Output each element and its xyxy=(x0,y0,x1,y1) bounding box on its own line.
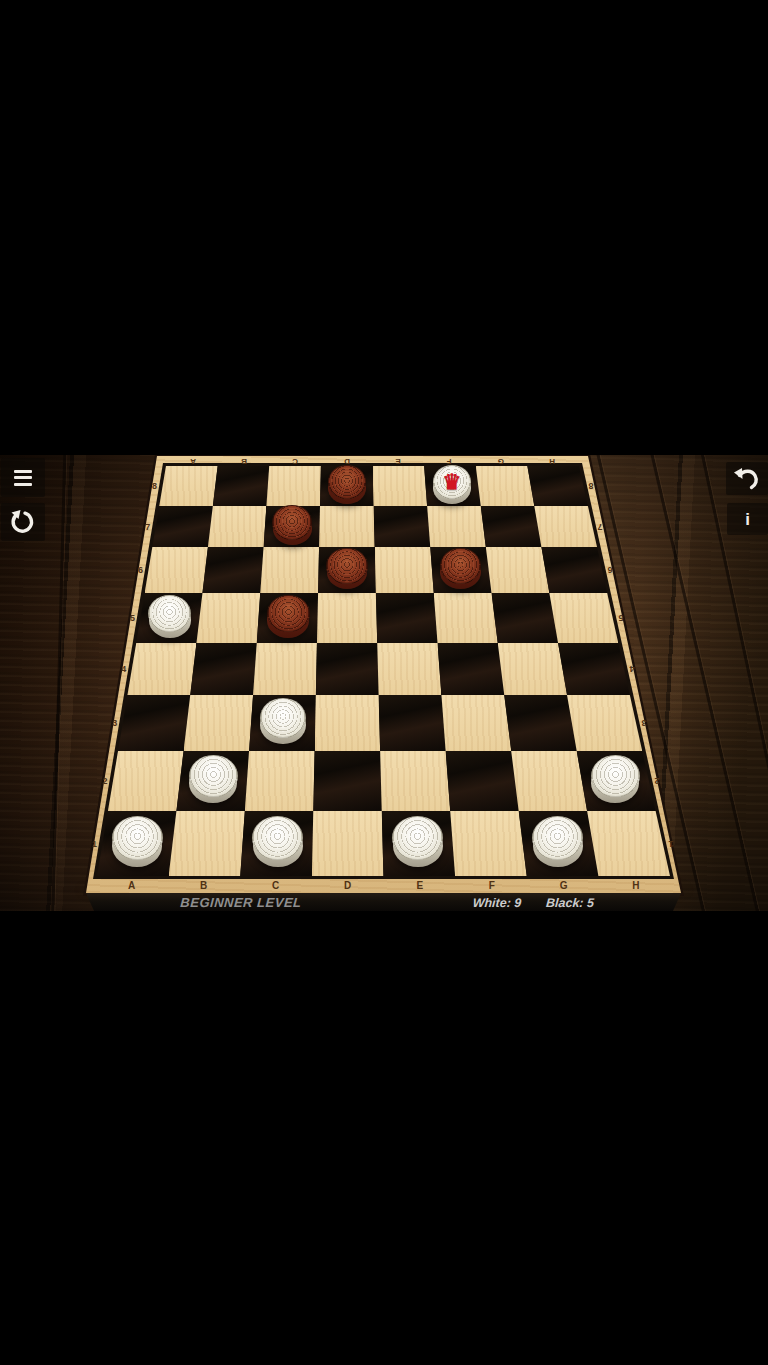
square-c4[interactable] xyxy=(253,643,317,695)
square-d3[interactable] xyxy=(315,695,381,751)
piece-top xyxy=(267,595,310,632)
rank-label-left-6: 6 xyxy=(138,565,143,575)
square-d2[interactable] xyxy=(313,751,381,811)
file-label-bottom-e: E xyxy=(416,880,423,891)
piece-top xyxy=(272,505,312,540)
game-scene: BEGINNER LEVEL White: 9 Black: 5 AABBCCD… xyxy=(0,455,768,911)
menu-button[interactable] xyxy=(1,458,45,497)
square-a6[interactable] xyxy=(145,547,208,593)
man-white-a1[interactable] xyxy=(112,816,163,867)
square-b6[interactable] xyxy=(202,547,263,593)
level-label: BEGINNER LEVEL xyxy=(180,895,302,910)
man-white-g1[interactable] xyxy=(532,816,583,867)
square-g2[interactable] xyxy=(511,751,587,811)
hamburger-menu-icon xyxy=(14,470,32,486)
man-white-b2[interactable] xyxy=(189,755,238,804)
square-e3[interactable] xyxy=(379,695,446,751)
square-h8[interactable] xyxy=(527,466,588,506)
square-a7[interactable] xyxy=(152,506,212,547)
rotate-board-button[interactable] xyxy=(1,503,45,541)
man-white-c1[interactable] xyxy=(252,816,303,867)
square-e6[interactable] xyxy=(375,547,434,593)
man-red-f6[interactable] xyxy=(440,548,481,589)
square-h1[interactable] xyxy=(587,811,670,876)
file-label-bottom-h: H xyxy=(632,880,639,891)
square-f7[interactable] xyxy=(427,506,486,547)
piece-top xyxy=(440,548,481,584)
rank-label-right-3: 3 xyxy=(642,718,647,728)
square-e5[interactable] xyxy=(376,593,438,643)
square-g6[interactable] xyxy=(486,547,550,593)
square-e2[interactable] xyxy=(380,751,450,811)
piece-top xyxy=(392,816,443,860)
square-g7[interactable] xyxy=(481,506,542,547)
rank-label-left-7: 7 xyxy=(145,522,150,532)
square-e8[interactable] xyxy=(373,466,428,506)
piece-top xyxy=(112,816,163,860)
square-d1[interactable] xyxy=(312,811,384,876)
rank-label-right-7: 7 xyxy=(598,522,603,532)
undo-arrow-icon xyxy=(733,466,761,492)
man-white-h2[interactable] xyxy=(591,755,640,804)
square-f4[interactable] xyxy=(438,643,505,695)
piece-top xyxy=(252,816,303,860)
square-e7[interactable] xyxy=(374,506,431,547)
square-d4[interactable] xyxy=(316,643,379,695)
file-label-top-c: C xyxy=(292,456,298,465)
square-f2[interactable] xyxy=(446,751,519,811)
piece-top xyxy=(591,755,640,797)
file-label-bottom-a: A xyxy=(128,880,135,891)
square-b8[interactable] xyxy=(213,466,269,506)
square-g3[interactable] xyxy=(504,695,576,751)
info-icon: i xyxy=(745,511,750,528)
piece-top xyxy=(189,755,238,797)
square-b3[interactable] xyxy=(184,695,253,751)
man-red-c7[interactable] xyxy=(272,505,312,545)
square-f1[interactable] xyxy=(450,811,527,876)
file-label-bottom-b: B xyxy=(200,880,207,891)
square-e4[interactable] xyxy=(377,643,441,695)
square-c2[interactable] xyxy=(245,751,315,811)
square-h4[interactable] xyxy=(558,643,630,695)
file-label-top-d: D xyxy=(344,456,350,465)
file-label-top-a: A xyxy=(190,456,196,465)
file-label-bottom-g: G xyxy=(560,880,568,891)
piece-top xyxy=(328,465,366,498)
rotate-board-icon xyxy=(10,509,36,535)
man-red-c5[interactable] xyxy=(267,595,310,638)
undo-button[interactable] xyxy=(726,462,768,495)
square-h6[interactable] xyxy=(541,547,607,593)
square-a4[interactable] xyxy=(127,643,196,695)
piece-top xyxy=(260,698,307,738)
rank-label-right-2: 2 xyxy=(654,776,659,786)
file-label-top-h: H xyxy=(549,456,555,465)
rank-label-right-1: 1 xyxy=(668,839,673,849)
rank-label-right-5: 5 xyxy=(618,613,623,623)
top-letterbox xyxy=(0,0,768,455)
square-b5[interactable] xyxy=(196,593,260,643)
rank-label-right-8: 8 xyxy=(589,481,594,491)
file-label-bottom-c: C xyxy=(272,880,279,891)
square-h5[interactable] xyxy=(549,593,618,643)
file-label-top-g: G xyxy=(498,456,504,465)
man-white-c3[interactable] xyxy=(260,698,307,745)
man-white-a5[interactable] xyxy=(148,595,191,638)
square-f5[interactable] xyxy=(434,593,498,643)
man-red-d6[interactable] xyxy=(326,548,367,589)
square-d7[interactable] xyxy=(319,506,375,547)
file-label-top-b: B xyxy=(241,456,247,465)
piece-top xyxy=(326,548,367,584)
king-white-f8[interactable]: ♛ xyxy=(433,465,471,503)
man-red-d8[interactable] xyxy=(328,465,366,503)
rank-label-left-2: 2 xyxy=(102,776,107,786)
square-f3[interactable] xyxy=(441,695,511,751)
rank-label-right-6: 6 xyxy=(608,565,613,575)
bottom-letterbox xyxy=(0,911,768,1365)
square-h3[interactable] xyxy=(567,695,642,751)
file-label-bottom-d: D xyxy=(344,880,351,891)
file-label-top-e: E xyxy=(395,456,400,465)
square-a2[interactable] xyxy=(108,751,184,811)
black-score: Black: 5 xyxy=(546,896,595,910)
file-label-top-f: F xyxy=(447,456,452,465)
rank-label-left-1: 1 xyxy=(92,839,97,849)
rank-label-left-5: 5 xyxy=(130,613,135,623)
square-d5[interactable] xyxy=(317,593,377,643)
rank-label-left-8: 8 xyxy=(152,481,157,491)
info-button[interactable]: i xyxy=(727,503,768,535)
man-white-e1[interactable] xyxy=(392,816,443,867)
piece-top xyxy=(532,816,583,860)
square-b1[interactable] xyxy=(169,811,245,876)
plank-seam xyxy=(50,455,68,911)
square-b7[interactable] xyxy=(208,506,266,547)
white-score: White: 9 xyxy=(472,896,522,910)
square-a8[interactable] xyxy=(159,466,217,506)
rank-label-left-4: 4 xyxy=(121,664,126,674)
square-a3[interactable] xyxy=(118,695,190,751)
square-g5[interactable] xyxy=(492,593,558,643)
square-c6[interactable] xyxy=(260,547,319,593)
square-c8[interactable] xyxy=(266,466,320,506)
king-crown-icon: ♛ xyxy=(442,471,461,492)
square-h7[interactable] xyxy=(534,506,597,547)
piece-top: ♛ xyxy=(433,465,471,498)
rank-label-left-3: 3 xyxy=(112,718,117,728)
square-g4[interactable] xyxy=(498,643,567,695)
rank-label-right-4: 4 xyxy=(630,664,635,674)
file-label-bottom-f: F xyxy=(489,880,495,891)
square-g8[interactable] xyxy=(476,466,535,506)
square-b4[interactable] xyxy=(190,643,256,695)
